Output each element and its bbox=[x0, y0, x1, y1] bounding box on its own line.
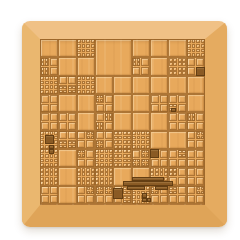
pattern-cell bbox=[168, 131, 186, 149]
pattern-cell bbox=[187, 76, 205, 94]
quad-square bbox=[169, 113, 177, 121]
quad-square bbox=[68, 122, 76, 130]
tiny-square bbox=[82, 49, 86, 53]
quad-square bbox=[59, 113, 67, 121]
quad-square bbox=[50, 95, 58, 103]
tiny-square bbox=[137, 195, 141, 199]
quad-square bbox=[59, 131, 67, 139]
pattern-cell bbox=[168, 76, 186, 94]
tiny-square bbox=[169, 62, 173, 66]
tiny-square bbox=[40, 140, 44, 144]
tiny-square bbox=[40, 81, 44, 85]
tiny-square bbox=[127, 200, 130, 203]
tiny-square bbox=[105, 113, 108, 116]
tiny-square bbox=[40, 154, 44, 158]
tiny-square bbox=[132, 200, 136, 204]
tiny-square bbox=[188, 113, 191, 116]
quad-square bbox=[160, 104, 168, 112]
quad-square bbox=[68, 76, 76, 84]
tiny-square bbox=[187, 49, 191, 53]
tiny-square bbox=[63, 145, 66, 148]
tiny-square bbox=[86, 49, 90, 53]
quad-square bbox=[151, 159, 159, 167]
tiny-square bbox=[45, 67, 48, 70]
tiny-square bbox=[192, 113, 195, 116]
tiny-square bbox=[72, 86, 75, 89]
tiny-square bbox=[100, 187, 103, 190]
tiny-square bbox=[50, 168, 54, 172]
tiny-square bbox=[40, 76, 44, 80]
tiny-square bbox=[100, 191, 103, 194]
dark-inlay bbox=[171, 108, 176, 113]
tiny-square bbox=[96, 126, 99, 129]
tiny-square bbox=[201, 44, 205, 48]
tiny-square bbox=[77, 85, 81, 89]
quad-square bbox=[187, 159, 195, 167]
tiny-square bbox=[40, 136, 44, 140]
quad-square bbox=[169, 95, 177, 103]
quad-square bbox=[151, 195, 159, 203]
quad-square bbox=[96, 104, 104, 112]
tiny-square bbox=[100, 149, 104, 153]
quad-square bbox=[50, 113, 58, 121]
quad-square bbox=[59, 122, 67, 130]
quad-square bbox=[196, 195, 204, 203]
quad-square bbox=[196, 140, 204, 148]
quad-square bbox=[178, 122, 186, 130]
quad-square bbox=[96, 131, 104, 139]
tiny-square bbox=[77, 168, 81, 172]
tiny-square bbox=[45, 149, 49, 153]
tiny-square bbox=[86, 44, 90, 48]
tiny-square bbox=[100, 145, 103, 148]
tiny-square bbox=[192, 39, 196, 43]
tiny-square bbox=[178, 62, 182, 66]
dark-inlay bbox=[147, 198, 152, 203]
tiny-square bbox=[96, 99, 99, 102]
tiny-square bbox=[141, 131, 145, 135]
tiny-square bbox=[82, 39, 86, 43]
tiny-square bbox=[142, 163, 145, 166]
tiny-square bbox=[45, 159, 49, 163]
dark-inlay bbox=[49, 149, 54, 154]
tiny-square bbox=[41, 58, 44, 61]
tiny-square bbox=[95, 168, 99, 172]
quad-square bbox=[96, 113, 104, 121]
tiny-square bbox=[100, 177, 104, 181]
quad-square bbox=[178, 168, 186, 176]
tiny-square bbox=[87, 191, 90, 194]
tiny-square bbox=[86, 81, 90, 85]
tiny-square bbox=[178, 150, 181, 153]
quad-square bbox=[41, 122, 49, 130]
tiny-square bbox=[114, 154, 118, 158]
tiny-square bbox=[169, 58, 173, 62]
tiny-square bbox=[77, 172, 81, 176]
tiny-square bbox=[109, 117, 112, 120]
tiny-square bbox=[118, 140, 122, 144]
tiny-square bbox=[95, 177, 99, 181]
tiny-square bbox=[123, 154, 127, 158]
tiny-square bbox=[123, 131, 127, 135]
tiny-square bbox=[100, 122, 103, 125]
tiny-square bbox=[45, 85, 49, 89]
tiny-square bbox=[127, 196, 130, 199]
tiny-square bbox=[50, 131, 54, 135]
pattern-cell bbox=[150, 131, 168, 149]
quad-square bbox=[187, 67, 195, 75]
tiny-square bbox=[182, 154, 185, 157]
tiny-square bbox=[82, 76, 86, 80]
dark-inlay bbox=[150, 149, 159, 158]
tiny-square bbox=[40, 172, 44, 176]
quad-square bbox=[77, 159, 85, 167]
tiny-square bbox=[178, 154, 181, 157]
tiny-square bbox=[100, 154, 104, 158]
tiny-square bbox=[188, 117, 191, 120]
tiny-square bbox=[201, 136, 204, 139]
tiny-square bbox=[72, 141, 75, 144]
tiny-square bbox=[201, 187, 204, 190]
quad-square bbox=[86, 140, 94, 148]
tiny-square bbox=[146, 163, 149, 166]
tiny-square bbox=[77, 39, 81, 43]
tiny-square bbox=[87, 132, 90, 135]
tiny-square bbox=[105, 154, 109, 158]
tiny-square bbox=[123, 196, 126, 199]
tiny-square bbox=[100, 126, 103, 129]
tiny-square bbox=[109, 187, 112, 190]
quad-square bbox=[41, 186, 49, 194]
tiny-square bbox=[59, 145, 62, 148]
tiny-square bbox=[105, 177, 109, 181]
tiny-square bbox=[45, 154, 49, 158]
tiny-square bbox=[173, 58, 177, 62]
tiny-square bbox=[155, 168, 159, 172]
quad-square bbox=[151, 104, 159, 112]
quad-square bbox=[50, 58, 58, 66]
tiny-square bbox=[63, 90, 66, 93]
tiny-square bbox=[197, 191, 200, 194]
quad-square bbox=[187, 177, 195, 185]
tiny-square bbox=[137, 62, 140, 65]
tiny-square bbox=[63, 86, 66, 89]
pattern-cell bbox=[58, 186, 76, 204]
product-photo bbox=[0, 0, 240, 240]
quad-square bbox=[77, 131, 85, 139]
tiny-square bbox=[77, 76, 81, 80]
tiny-square bbox=[114, 159, 118, 163]
tiny-square bbox=[82, 154, 85, 157]
tiny-square bbox=[132, 195, 136, 199]
pattern-cell bbox=[58, 39, 76, 57]
tiny-square bbox=[105, 159, 109, 163]
tiny-square bbox=[68, 141, 71, 144]
pattern-cell bbox=[132, 112, 150, 130]
tiny-square bbox=[169, 191, 172, 194]
tiny-square bbox=[45, 131, 49, 135]
quad-square bbox=[196, 58, 204, 66]
quad-square bbox=[187, 195, 195, 203]
tiny-square bbox=[105, 117, 108, 120]
tiny-square bbox=[141, 140, 145, 144]
tiny-square bbox=[86, 39, 90, 43]
tiny-square bbox=[82, 150, 85, 153]
quad-square bbox=[160, 150, 168, 158]
tiny-square bbox=[133, 163, 136, 166]
engraved-panel bbox=[40, 39, 205, 205]
tiny-square bbox=[72, 90, 75, 93]
tiny-square bbox=[82, 177, 86, 181]
pattern-cell bbox=[77, 57, 95, 75]
quad-square bbox=[196, 168, 204, 176]
quad-square bbox=[178, 177, 186, 185]
quad-square bbox=[41, 195, 49, 203]
tiny-square bbox=[96, 187, 99, 190]
tiny-square bbox=[137, 131, 141, 135]
quad-square bbox=[141, 58, 149, 66]
quad-square bbox=[187, 131, 195, 139]
tiny-square bbox=[78, 150, 81, 153]
tiny-square bbox=[87, 136, 90, 139]
tiny-square bbox=[91, 191, 94, 194]
tiny-square bbox=[201, 39, 205, 43]
tiny-square bbox=[123, 149, 127, 153]
quad-square bbox=[178, 186, 186, 194]
quad-square bbox=[187, 168, 195, 176]
tiny-square bbox=[68, 90, 71, 93]
tiny-square bbox=[82, 44, 86, 48]
tiny-square bbox=[137, 136, 141, 140]
tiny-square bbox=[173, 67, 177, 71]
tiny-square bbox=[105, 172, 109, 176]
tiny-square bbox=[123, 191, 126, 194]
tiny-square bbox=[91, 132, 94, 135]
tiny-square bbox=[118, 159, 122, 163]
quad-square bbox=[50, 122, 58, 130]
wood-frame bbox=[22, 21, 227, 227]
tiny-square bbox=[155, 191, 158, 194]
quad-square bbox=[196, 113, 204, 121]
tiny-square bbox=[95, 172, 99, 176]
quad-square bbox=[77, 195, 85, 203]
tiny-square bbox=[40, 168, 44, 172]
pattern-cell bbox=[132, 94, 150, 112]
tiny-square bbox=[196, 39, 200, 43]
tiny-square bbox=[178, 58, 182, 62]
tiny-square bbox=[173, 172, 176, 175]
quad-square bbox=[50, 104, 58, 112]
tiny-square bbox=[127, 191, 130, 194]
quad-square bbox=[41, 104, 49, 112]
tiny-square bbox=[100, 95, 103, 98]
tiny-square bbox=[77, 177, 81, 181]
tiny-square bbox=[173, 168, 176, 171]
pattern-cell bbox=[150, 57, 168, 75]
tiny-square bbox=[87, 187, 90, 190]
tiny-square bbox=[91, 49, 95, 53]
quad-square bbox=[105, 140, 113, 148]
quad-square bbox=[160, 159, 168, 167]
tiny-square bbox=[123, 140, 127, 144]
quad-square bbox=[187, 58, 195, 66]
tiny-square bbox=[45, 172, 49, 176]
pattern-cell bbox=[40, 39, 58, 57]
tiny-square bbox=[96, 191, 99, 194]
tiny-square bbox=[100, 159, 104, 163]
tiny-square bbox=[196, 44, 200, 48]
tiny-square bbox=[41, 67, 44, 70]
tiny-square bbox=[197, 132, 200, 135]
tiny-square bbox=[45, 62, 48, 65]
tiny-square bbox=[173, 62, 177, 66]
tiny-square bbox=[169, 187, 172, 190]
quad-square bbox=[68, 131, 76, 139]
tiny-square bbox=[187, 39, 191, 43]
tiny-square bbox=[142, 159, 145, 162]
tiny-square bbox=[196, 49, 200, 53]
pattern-cell bbox=[132, 39, 150, 57]
tiny-square bbox=[137, 159, 140, 162]
tiny-square bbox=[50, 172, 54, 176]
tiny-square bbox=[146, 150, 149, 153]
quad-square bbox=[50, 186, 58, 194]
tiny-square bbox=[114, 131, 118, 135]
tiny-square bbox=[59, 86, 62, 89]
quad-square bbox=[196, 150, 204, 158]
tiny-square bbox=[40, 159, 44, 163]
tiny-square bbox=[86, 177, 90, 181]
tiny-square bbox=[91, 187, 94, 190]
tiny-square bbox=[82, 172, 86, 176]
quad-square bbox=[132, 67, 140, 75]
tiny-square bbox=[91, 136, 94, 139]
quad-square bbox=[169, 195, 177, 203]
quad-square bbox=[50, 195, 58, 203]
merged-large-square bbox=[95, 39, 132, 76]
tiny-square bbox=[50, 177, 54, 181]
tiny-square bbox=[50, 81, 54, 85]
tiny-square bbox=[95, 159, 99, 163]
dark-inlay bbox=[196, 67, 205, 76]
quad-square bbox=[187, 186, 195, 194]
tiny-square bbox=[100, 172, 104, 176]
quad-square bbox=[178, 95, 186, 103]
tiny-square bbox=[173, 191, 176, 194]
pattern-cell bbox=[150, 76, 168, 94]
dark-inlay bbox=[155, 186, 169, 191]
tiny-square bbox=[132, 191, 136, 195]
tiny-square bbox=[201, 49, 205, 53]
tiny-square bbox=[142, 154, 145, 157]
quad-square bbox=[196, 122, 204, 130]
pattern-cell bbox=[168, 39, 186, 57]
quad-square bbox=[187, 122, 195, 130]
tiny-square bbox=[123, 159, 127, 163]
dark-inlay bbox=[45, 135, 54, 144]
quad-square bbox=[68, 113, 76, 121]
tiny-square bbox=[96, 122, 99, 125]
tiny-square bbox=[105, 149, 109, 153]
tiny-square bbox=[133, 58, 136, 61]
pattern-cell bbox=[95, 76, 113, 94]
tiny-square bbox=[133, 159, 136, 162]
quad-square bbox=[41, 95, 49, 103]
tiny-square bbox=[169, 67, 173, 71]
quad-square bbox=[187, 140, 195, 148]
tiny-square bbox=[45, 58, 48, 61]
tiny-square bbox=[95, 149, 99, 153]
tiny-square bbox=[118, 136, 122, 140]
tiny-square bbox=[169, 172, 172, 175]
tiny-square bbox=[63, 141, 66, 144]
tiny-square bbox=[123, 136, 127, 140]
quad-square bbox=[86, 195, 94, 203]
quad-square bbox=[169, 159, 177, 167]
tiny-square bbox=[100, 99, 103, 102]
tiny-square bbox=[86, 85, 90, 89]
tiny-square bbox=[146, 154, 149, 157]
quad-square bbox=[178, 113, 186, 121]
tiny-square bbox=[105, 191, 108, 194]
pattern-cell bbox=[150, 39, 168, 57]
quad-square bbox=[169, 122, 177, 130]
quad-square bbox=[86, 150, 94, 158]
quad-square bbox=[105, 95, 113, 103]
quad-square bbox=[169, 150, 177, 158]
pattern-cell bbox=[58, 149, 76, 167]
pattern-cell bbox=[150, 112, 168, 130]
tiny-square bbox=[118, 131, 122, 135]
tiny-square bbox=[137, 163, 140, 166]
tiny-square bbox=[109, 191, 112, 194]
tiny-square bbox=[77, 44, 81, 48]
quad-square bbox=[96, 195, 104, 203]
tiny-square bbox=[137, 58, 140, 61]
tiny-square bbox=[45, 177, 49, 181]
tiny-square bbox=[137, 140, 141, 144]
tiny-square bbox=[96, 145, 99, 148]
tiny-square bbox=[182, 150, 185, 153]
quad-square bbox=[41, 113, 49, 121]
tiny-square bbox=[201, 191, 204, 194]
quad-square bbox=[178, 195, 186, 203]
tiny-square bbox=[40, 85, 44, 89]
tiny-square bbox=[137, 200, 141, 204]
tiny-square bbox=[133, 62, 136, 65]
tiny-square bbox=[160, 168, 164, 172]
quad-square bbox=[178, 104, 186, 112]
tiny-square bbox=[82, 85, 86, 89]
quad-square bbox=[160, 195, 168, 203]
tiny-square bbox=[201, 132, 204, 135]
tiny-square bbox=[77, 49, 81, 53]
quad-square bbox=[196, 159, 204, 167]
tiny-square bbox=[150, 168, 154, 172]
tiny-square bbox=[187, 44, 191, 48]
pattern-cell bbox=[58, 94, 76, 112]
tiny-square bbox=[50, 154, 54, 158]
tiny-square bbox=[68, 86, 71, 89]
tiny-square bbox=[45, 168, 49, 172]
tiny-square bbox=[151, 191, 154, 194]
pattern-cell bbox=[187, 94, 205, 112]
tiny-square bbox=[91, 44, 95, 48]
tiny-square bbox=[114, 140, 118, 144]
dark-inlay bbox=[113, 188, 123, 199]
tiny-square bbox=[105, 168, 109, 172]
pixel-mosaic-pattern bbox=[40, 39, 205, 204]
